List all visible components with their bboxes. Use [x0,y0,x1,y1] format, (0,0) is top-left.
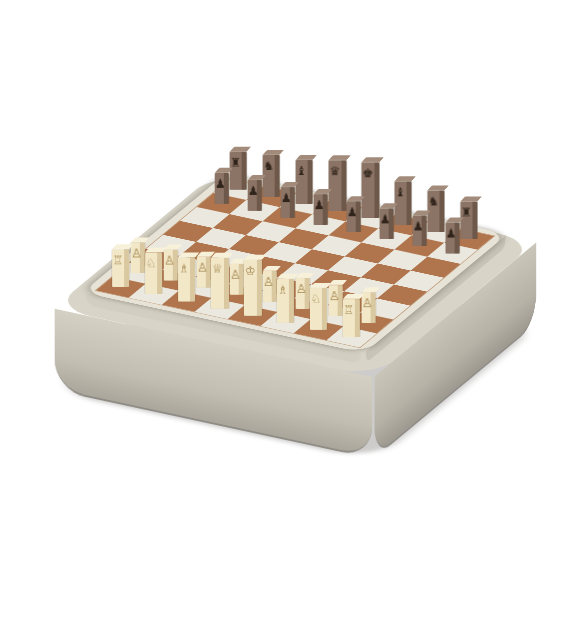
piece-black-pawn-f7[interactable]: ♟ [379,208,393,239]
piece-black-pawn-d7[interactable]: ♟ [314,194,328,225]
piece-black-rook-a8[interactable]: ♜ [230,152,247,190]
white-pawn-glyph-icon: ♙ [328,290,337,302]
white-queen-glyph-icon: ♕ [211,262,224,274]
piece-white-pawn-e2[interactable]: ♙ [262,271,276,302]
piece-black-rook-h8[interactable]: ♜ [461,201,478,239]
piece-white-bishop-c1[interactable]: ♗ [178,257,195,301]
piece-black-pawn-e7[interactable]: ♟ [346,201,360,232]
black-pawn-glyph-icon: ♟ [281,192,290,204]
white-pawn-glyph-icon: ♙ [295,283,304,295]
black-rook-glyph-icon: ♜ [230,157,242,169]
piece-white-pawn-f2[interactable]: ♙ [295,278,309,309]
black-bishop-glyph-icon: ♝ [395,186,407,198]
white-pawn-glyph-icon: ♙ [131,247,140,259]
black-king-glyph-icon: ♚ [361,167,374,179]
black-pawn-glyph-icon: ♟ [215,178,224,190]
white-pawn-glyph-icon: ♙ [262,276,271,288]
piece-white-queen-d1[interactable]: ♕ [211,257,229,308]
piece-black-pawn-b7[interactable]: ♟ [248,180,262,211]
white-rook-glyph-icon: ♖ [112,254,124,266]
black-pawn-glyph-icon: ♟ [379,213,388,225]
white-pawn-glyph-icon: ♙ [164,254,173,266]
piece-black-queen-d8[interactable]: ♛ [328,160,346,211]
piece-white-king-e1[interactable]: ♔ [244,260,262,316]
white-bishop-glyph-icon: ♗ [178,262,190,274]
piece-white-pawn-h2[interactable]: ♙ [361,292,375,323]
piece-black-pawn-h7[interactable]: ♟ [445,222,459,253]
black-rook-glyph-icon: ♜ [461,206,473,218]
white-knight-glyph-icon: ♘ [310,293,322,305]
piece-black-pawn-c7[interactable]: ♟ [281,187,295,218]
white-king-glyph-icon: ♔ [244,265,257,277]
white-knight-glyph-icon: ♘ [145,257,157,269]
chess-set-scene: ♜♞♝♛♚♝♞♜♟♟♟♟♟♟♟♟♙♙♙♙♙♙♙♙♖♘♗♕♔♗♘♖ [53,173,537,378]
black-pawn-glyph-icon: ♟ [314,199,323,211]
product-photo-canvas: ♜♞♝♛♚♝♞♜♟♟♟♟♟♟♟♟♙♙♙♙♙♙♙♙♖♘♗♕♔♗♘♖ [0,0,574,642]
piece-black-king-e8[interactable]: ♚ [361,162,379,218]
piece-white-bishop-f1[interactable]: ♗ [277,279,294,323]
square-b1[interactable]: ♘ [129,284,179,305]
white-pawn-glyph-icon: ♙ [230,268,239,280]
piece-white-rook-h1[interactable]: ♖ [343,299,360,337]
black-pawn-glyph-icon: ♟ [248,185,257,197]
black-knight-glyph-icon: ♞ [263,160,275,172]
piece-white-pawn-c2[interactable]: ♙ [197,256,211,287]
piece-black-pawn-g7[interactable]: ♟ [412,215,426,246]
piece-white-rook-a1[interactable]: ♖ [112,249,129,287]
white-pawn-glyph-icon: ♙ [197,261,206,273]
black-queen-glyph-icon: ♛ [328,165,341,177]
white-bishop-glyph-icon: ♗ [277,284,289,296]
black-pawn-glyph-icon: ♟ [346,206,355,218]
black-pawn-glyph-icon: ♟ [445,227,454,239]
piece-black-pawn-a7[interactable]: ♟ [215,173,229,204]
square-h5[interactable] [394,271,444,292]
white-rook-glyph-icon: ♖ [343,304,355,316]
white-pawn-glyph-icon: ♙ [361,297,370,309]
piece-white-knight-b1[interactable]: ♘ [145,252,162,294]
black-pawn-glyph-icon: ♟ [412,220,421,232]
piece-white-pawn-d2[interactable]: ♙ [230,263,244,294]
square-h7[interactable]: ♟ [427,243,477,264]
black-knight-glyph-icon: ♞ [428,195,440,207]
piece-white-knight-g1[interactable]: ♘ [310,288,327,330]
black-bishop-glyph-icon: ♝ [296,165,308,177]
piece-white-pawn-g2[interactable]: ♙ [328,285,342,316]
piece-white-pawn-a2[interactable]: ♙ [131,242,145,273]
piece-white-pawn-b2[interactable]: ♙ [164,249,178,280]
